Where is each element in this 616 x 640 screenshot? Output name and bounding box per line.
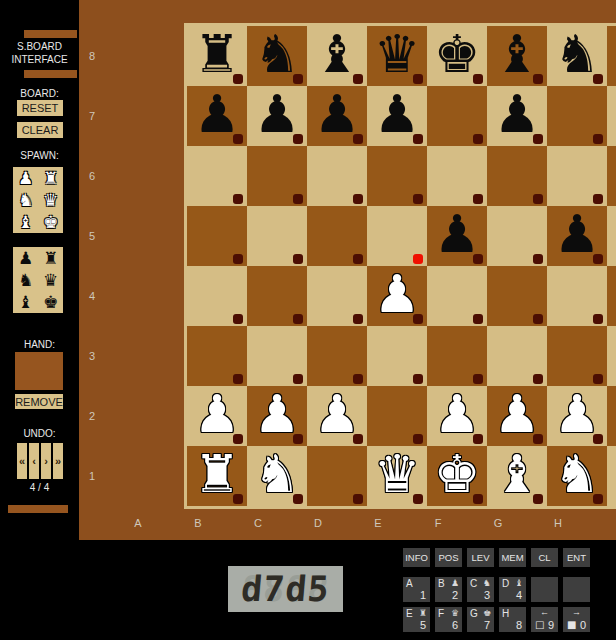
sensor-dot xyxy=(233,434,243,444)
sensor-dot xyxy=(593,434,603,444)
piece-white-rook[interactable]: ♜ xyxy=(607,446,616,506)
sensor-dot xyxy=(293,74,303,84)
lcd-move-text: d7d5 xyxy=(226,566,345,612)
square-b2[interactable]: ♟ xyxy=(247,386,307,446)
sensor-dot xyxy=(293,434,303,444)
sensor-dot xyxy=(353,194,363,204)
square-h6[interactable] xyxy=(607,146,616,206)
square-e7[interactable] xyxy=(427,86,487,146)
key-b2[interactable]: B♟2 xyxy=(435,577,462,602)
square-d7[interactable]: ♟ xyxy=(367,86,427,146)
key-digit: 0 xyxy=(580,619,586,631)
clear-button[interactable]: CLEAR xyxy=(17,122,63,138)
key-cl[interactable]: CL xyxy=(531,548,558,567)
file-label-f: F xyxy=(408,506,468,540)
sensor-dot xyxy=(413,134,423,144)
sensor-dot xyxy=(473,74,483,84)
sensor-dot xyxy=(533,434,543,444)
sensor-dot xyxy=(233,314,243,324)
key-digit: 3 xyxy=(484,589,490,601)
key-letter: C xyxy=(470,578,477,589)
square-a8[interactable]: ♜ xyxy=(187,26,247,86)
spawn-black-rook[interactable]: ♜ xyxy=(38,247,63,269)
pawn-icon: ♟ xyxy=(451,578,459,589)
left-arrow-icon: ← xyxy=(531,607,558,618)
square-d8[interactable]: ♛ xyxy=(367,26,427,86)
square-f2[interactable]: ♟ xyxy=(487,386,547,446)
board-frame: ♜♞♝♛♚♝♞♜♟♟♟♟♟♟♟♟♟♟♟♟♟♟♟♟♜♞♛♚♝♞♜ xyxy=(79,0,616,540)
queen-icon: ♛ xyxy=(451,608,459,619)
key-blank[interactable] xyxy=(563,577,590,602)
square-c6[interactable] xyxy=(307,146,367,206)
sensor-dot xyxy=(353,374,363,384)
square-a1[interactable]: ♜ xyxy=(187,446,247,506)
app-title-line1: S.BOARD xyxy=(0,41,79,52)
key-f6[interactable]: F♛6 xyxy=(435,607,462,632)
sensor-dot xyxy=(533,314,543,324)
rank-label-7: 7 xyxy=(79,86,105,146)
black-square-icon: ■ xyxy=(567,619,576,630)
square-c5[interactable] xyxy=(307,206,367,266)
square-h5[interactable] xyxy=(607,206,616,266)
spawn-black-bishop[interactable]: ♝ xyxy=(13,291,38,313)
file-label-a: A xyxy=(108,506,168,540)
white-square-icon: □ xyxy=(535,619,544,630)
undo-back-button[interactable]: ‹ xyxy=(29,443,39,479)
undo-last-button[interactable]: » xyxy=(53,443,63,479)
key-digit: 8 xyxy=(516,619,522,631)
sensor-dot xyxy=(533,74,543,84)
file-label-d: D xyxy=(288,506,348,540)
spawn-white-bishop[interactable]: ♝ xyxy=(13,211,38,233)
key-c3[interactable]: C♞3 xyxy=(467,577,494,602)
undo-first-button[interactable]: « xyxy=(17,443,27,479)
square-g4[interactable] xyxy=(547,266,607,326)
piece-black-pawn[interactable]: ♟ xyxy=(607,86,616,146)
sensor-dot xyxy=(413,374,423,384)
sensor-dot xyxy=(473,254,483,264)
square-g2[interactable]: ♟ xyxy=(547,386,607,446)
spawn-white-knight[interactable]: ♞ xyxy=(13,189,38,211)
app-root: { "app": { "title_line1": "S.BOARD", "ti… xyxy=(0,0,616,640)
square-e8[interactable]: ♚ xyxy=(427,26,487,86)
rank-label-6: 6 xyxy=(79,146,105,206)
sensor-dot xyxy=(413,194,423,204)
spawn-tray-white: ♟♜♞♛♝♚ xyxy=(13,167,63,233)
app-title-line2: INTERFACE xyxy=(0,54,79,65)
square-f4[interactable] xyxy=(487,266,547,326)
accent-bar-bottom xyxy=(8,505,68,513)
square-a6[interactable] xyxy=(187,146,247,206)
square-e3[interactable] xyxy=(427,326,487,386)
square-g7[interactable] xyxy=(547,86,607,146)
key-pos[interactable]: POS xyxy=(435,548,462,567)
sensor-dot xyxy=(413,494,423,504)
square-a7[interactable]: ♟ xyxy=(187,86,247,146)
sensor-dot xyxy=(413,74,423,84)
file-label-h: H xyxy=(528,506,588,540)
sensor-dot xyxy=(353,314,363,324)
square-h2[interactable]: ♟ xyxy=(607,386,616,446)
key-digit: 9 xyxy=(548,619,554,631)
king-icon: ♚ xyxy=(483,608,491,619)
chess-board: ♜♞♝♛♚♝♞♜♟♟♟♟♟♟♟♟♟♟♟♟♟♟♟♟♜♞♛♚♝♞♜ xyxy=(184,23,616,509)
sensor-dot xyxy=(473,314,483,324)
sensor-dot xyxy=(233,194,243,204)
sensor-dot xyxy=(413,314,423,324)
key-blank[interactable] xyxy=(531,577,558,602)
sensor-dot xyxy=(593,134,603,144)
rank-label-5: 5 xyxy=(79,206,105,266)
square-f7[interactable]: ♟ xyxy=(487,86,547,146)
key-letter: B xyxy=(438,578,445,589)
square-d1[interactable]: ♛ xyxy=(367,446,427,506)
square-d5[interactable] xyxy=(367,206,427,266)
file-label-e: E xyxy=(348,506,408,540)
square-d3[interactable] xyxy=(367,326,427,386)
square-c4[interactable] xyxy=(307,266,367,326)
piece-black-rook[interactable]: ♜ xyxy=(607,26,616,86)
file-label-b: B xyxy=(168,506,228,540)
spawn-tray-black: ♟♜♞♛♝♚ xyxy=(13,247,63,313)
sensor-dot xyxy=(233,494,243,504)
square-h1[interactable]: ♜ xyxy=(607,446,616,506)
sensor-dot xyxy=(293,494,303,504)
accent-bar-under-title xyxy=(24,70,77,78)
key-info[interactable]: INFO xyxy=(403,548,430,567)
square-d4[interactable]: ♟ xyxy=(367,266,427,326)
sensor-dot xyxy=(293,134,303,144)
square-a2[interactable]: ♟ xyxy=(187,386,247,446)
sensor-dot xyxy=(473,134,483,144)
sensor-dot xyxy=(293,194,303,204)
sensor-dot xyxy=(293,254,303,264)
spawn-white-pawn[interactable]: ♟ xyxy=(13,167,38,189)
file-label-c: C xyxy=(228,506,288,540)
sensor-dot xyxy=(593,74,603,84)
square-d6[interactable] xyxy=(367,146,427,206)
square-e4[interactable] xyxy=(427,266,487,326)
key-forward-0[interactable]: →■0 xyxy=(563,607,590,632)
square-f8[interactable]: ♝ xyxy=(487,26,547,86)
sensor-dot xyxy=(413,434,423,444)
square-h8[interactable]: ♜ xyxy=(607,26,616,86)
rank-label-3: 3 xyxy=(79,326,105,386)
key-lev[interactable]: LEV xyxy=(467,548,494,567)
sensor-dot xyxy=(233,374,243,384)
square-h3[interactable] xyxy=(607,326,616,386)
sensor-dot xyxy=(533,134,543,144)
square-h4[interactable] xyxy=(607,266,616,326)
spawn-black-pawn[interactable]: ♟ xyxy=(13,247,38,269)
rank-label-1: 1 xyxy=(79,446,105,506)
key-a1[interactable]: A1 xyxy=(403,577,430,602)
square-b3[interactable] xyxy=(247,326,307,386)
rank-label-2: 2 xyxy=(79,386,105,446)
file-label-g: G xyxy=(468,506,528,540)
square-f1[interactable]: ♝ xyxy=(487,446,547,506)
square-b6[interactable] xyxy=(247,146,307,206)
sensor-dot xyxy=(473,434,483,444)
key-letter: G xyxy=(470,608,478,619)
sensor-dot xyxy=(473,194,483,204)
square-b8[interactable]: ♞ xyxy=(247,26,307,86)
key-letter: A xyxy=(406,578,413,589)
board-section-label: BOARD: xyxy=(0,88,79,99)
square-h7[interactable]: ♟ xyxy=(607,86,616,146)
rook-icon: ♜ xyxy=(419,608,427,619)
sensor-dot xyxy=(533,374,543,384)
lcd-display: 8888 d7d5 xyxy=(228,566,343,612)
sensor-dot xyxy=(293,314,303,324)
square-a5[interactable] xyxy=(187,206,247,266)
key-letter: D xyxy=(502,578,509,589)
square-g6[interactable] xyxy=(547,146,607,206)
square-e5[interactable]: ♟ xyxy=(427,206,487,266)
sensor-dot xyxy=(353,434,363,444)
square-g3[interactable] xyxy=(547,326,607,386)
hand-slot[interactable] xyxy=(15,352,63,390)
sensor-dot xyxy=(233,134,243,144)
square-c2[interactable]: ♟ xyxy=(307,386,367,446)
square-a4[interactable] xyxy=(187,266,247,326)
sensor-dot xyxy=(533,254,543,264)
square-f6[interactable] xyxy=(487,146,547,206)
remove-button[interactable]: REMOVE xyxy=(15,394,63,409)
square-g1[interactable]: ♞ xyxy=(547,446,607,506)
sensor-dot xyxy=(293,374,303,384)
rank-label-8: 8 xyxy=(79,26,105,86)
sensor-dot xyxy=(473,374,483,384)
rank-label-4: 4 xyxy=(79,266,105,326)
square-g8[interactable]: ♞ xyxy=(547,26,607,86)
spawn-white-rook[interactable]: ♜ xyxy=(38,167,63,189)
square-e6[interactable] xyxy=(427,146,487,206)
key-e5[interactable]: E♜5 xyxy=(403,607,430,632)
key-g7[interactable]: G♚7 xyxy=(467,607,494,632)
undo-forward-button[interactable]: › xyxy=(41,443,51,479)
square-e1[interactable]: ♚ xyxy=(427,446,487,506)
sensor-dot xyxy=(353,74,363,84)
square-a3[interactable] xyxy=(187,326,247,386)
accent-bar-top xyxy=(24,30,77,38)
sensor-dot xyxy=(233,74,243,84)
key-ent[interactable]: ENT xyxy=(563,548,590,567)
bishop-icon: ♝ xyxy=(515,578,523,589)
square-f3[interactable] xyxy=(487,326,547,386)
sensor-dot-active xyxy=(413,254,423,264)
key-digit: 2 xyxy=(452,589,458,601)
sensor-dot xyxy=(593,374,603,384)
undo-section-label: UNDO: xyxy=(0,428,79,439)
square-c1[interactable] xyxy=(307,446,367,506)
square-c7[interactable]: ♟ xyxy=(307,86,367,146)
sensor-dot xyxy=(593,494,603,504)
right-arrow-icon: → xyxy=(563,607,590,618)
spawn-white-king[interactable]: ♚ xyxy=(38,211,63,233)
square-c8[interactable]: ♝ xyxy=(307,26,367,86)
square-b5[interactable] xyxy=(247,206,307,266)
key-letter: F xyxy=(438,608,444,619)
sensor-dot xyxy=(593,314,603,324)
key-digit: 4 xyxy=(516,589,522,601)
sensor-dot xyxy=(353,134,363,144)
spawn-black-knight[interactable]: ♞ xyxy=(13,269,38,291)
sensor-dot xyxy=(533,494,543,504)
spawn-black-king[interactable]: ♚ xyxy=(38,291,63,313)
key-letter: E xyxy=(406,608,413,619)
knight-icon: ♞ xyxy=(483,578,491,589)
sensor-dot xyxy=(593,194,603,204)
square-c3[interactable] xyxy=(307,326,367,386)
key-letter: H xyxy=(502,608,509,619)
sensor-dot xyxy=(533,194,543,204)
square-g5[interactable]: ♟ xyxy=(547,206,607,266)
square-b4[interactable] xyxy=(247,266,307,326)
sensor-dot xyxy=(593,254,603,264)
key-digit: 5 xyxy=(420,619,426,631)
square-d2[interactable] xyxy=(367,386,427,446)
hand-section-label: HAND: xyxy=(0,339,79,350)
reset-button[interactable]: RESET xyxy=(17,100,63,116)
key-mem[interactable]: MEM xyxy=(499,548,526,567)
sensor-dot xyxy=(353,494,363,504)
key-back-9[interactable]: ←□9 xyxy=(531,607,558,632)
key-digit: 6 xyxy=(452,619,458,631)
square-e2[interactable]: ♟ xyxy=(427,386,487,446)
square-b7[interactable]: ♟ xyxy=(247,86,307,146)
spawn-black-queen[interactable]: ♛ xyxy=(38,269,63,291)
key-digit: 7 xyxy=(484,619,490,631)
sensor-dot xyxy=(353,254,363,264)
spawn-section-label: SPAWN: xyxy=(0,150,79,161)
square-f5[interactable] xyxy=(487,206,547,266)
sensor-dot xyxy=(473,494,483,504)
key-d4[interactable]: D♝4 xyxy=(499,577,526,602)
key-digit: 1 xyxy=(420,589,426,601)
square-b1[interactable]: ♞ xyxy=(247,446,307,506)
undo-controls: «‹›» xyxy=(0,443,79,479)
piece-white-pawn[interactable]: ♟ xyxy=(607,386,616,446)
undo-counter: 4 / 4 xyxy=(0,482,79,493)
spawn-white-queen[interactable]: ♛ xyxy=(38,189,63,211)
sensor-dot xyxy=(233,254,243,264)
key-h8[interactable]: H8 xyxy=(499,607,526,632)
